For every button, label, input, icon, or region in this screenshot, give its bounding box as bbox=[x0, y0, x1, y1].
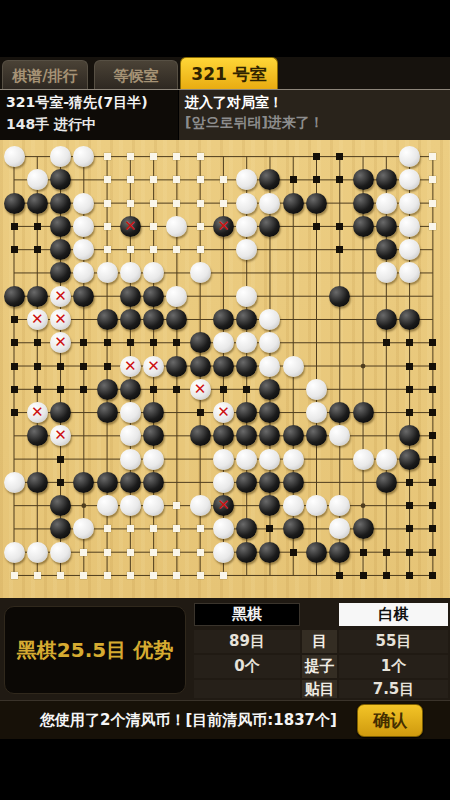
app-screen: 棋谱/排行 等候室 321 号室 321号室-猜先(7目半) 148手 进行中 … bbox=[0, 0, 450, 800]
white-territory-mark bbox=[197, 525, 204, 532]
white-stone bbox=[259, 449, 280, 470]
chat-message-1: 进入了对局室！ bbox=[185, 94, 283, 112]
black-territory-mark bbox=[313, 176, 320, 183]
white-stone bbox=[259, 193, 280, 214]
white-territory-mark bbox=[173, 525, 180, 532]
black-stone bbox=[97, 309, 118, 330]
white-stone bbox=[236, 449, 257, 470]
chat-panel[interactable]: 进入了对局室！ [앞으로뒤태]进来了！ bbox=[178, 90, 450, 140]
white-territory-mark bbox=[173, 572, 180, 579]
white-stone bbox=[97, 262, 118, 283]
white-stone bbox=[120, 402, 141, 423]
black-territory-mark bbox=[336, 223, 343, 230]
white-territory-mark bbox=[173, 200, 180, 207]
black-territory-mark bbox=[406, 386, 413, 393]
white-territory-mark bbox=[150, 176, 157, 183]
chat-message-2: [앞으로뒤태]进来了！ bbox=[185, 114, 324, 132]
black-territory-mark bbox=[336, 153, 343, 160]
white-territory-mark bbox=[150, 153, 157, 160]
white-territory-mark bbox=[80, 549, 87, 556]
black-territory-mark bbox=[57, 456, 64, 463]
white-stone bbox=[376, 449, 397, 470]
black-territory-mark bbox=[429, 456, 436, 463]
dead-stone-x-mark: ✕ bbox=[54, 335, 67, 350]
white-territory-mark bbox=[150, 525, 157, 532]
black-stone bbox=[120, 472, 141, 493]
black-stone-dead: ✕ bbox=[120, 216, 141, 237]
black-stone bbox=[353, 193, 374, 214]
black-territory-mark bbox=[80, 339, 87, 346]
black-stone bbox=[376, 472, 397, 493]
black-territory-mark bbox=[173, 339, 180, 346]
black-stone bbox=[120, 286, 141, 307]
black-stone bbox=[4, 193, 25, 214]
white-territory-value: 55目 bbox=[339, 630, 448, 653]
black-territory-mark bbox=[11, 409, 18, 416]
black-territory-mark bbox=[11, 223, 18, 230]
black-stone bbox=[27, 286, 48, 307]
dead-stone-x-mark: ✕ bbox=[147, 358, 160, 373]
black-territory-mark bbox=[429, 363, 436, 370]
white-territory-mark bbox=[127, 246, 134, 253]
black-territory-mark bbox=[429, 339, 436, 346]
white-territory-mark bbox=[173, 549, 180, 556]
black-territory-mark bbox=[266, 525, 273, 532]
black-territory-mark bbox=[34, 339, 41, 346]
black-territory-mark bbox=[383, 572, 390, 579]
white-player-chip[interactable]: 白棋 bbox=[339, 603, 448, 626]
white-territory-mark bbox=[104, 525, 111, 532]
white-territory-mark bbox=[197, 200, 204, 207]
black-territory-mark bbox=[80, 386, 87, 393]
black-territory-mark bbox=[336, 176, 343, 183]
dead-stone-x-mark: ✕ bbox=[54, 311, 67, 326]
white-territory-mark bbox=[127, 572, 134, 579]
white-stone bbox=[27, 542, 48, 563]
black-territory-value: 89目 bbox=[194, 630, 300, 653]
white-territory-mark bbox=[197, 223, 204, 230]
white-stone bbox=[306, 402, 327, 423]
black-territory-mark bbox=[104, 363, 111, 370]
black-stone bbox=[143, 286, 164, 307]
komi-label: 贴目 bbox=[302, 680, 337, 698]
white-stone bbox=[399, 193, 420, 214]
captures-label: 提子 bbox=[302, 655, 337, 678]
white-territory-mark bbox=[150, 572, 157, 579]
black-territory-mark bbox=[34, 246, 41, 253]
black-stone bbox=[97, 472, 118, 493]
black-territory-mark bbox=[406, 409, 413, 416]
white-territory-mark bbox=[173, 502, 180, 509]
white-territory-mark bbox=[197, 572, 204, 579]
white-stone bbox=[399, 216, 420, 237]
advantage-box: 黑棋25.5目 优势 bbox=[4, 606, 186, 694]
black-stone bbox=[27, 193, 48, 214]
dead-stone-x-mark: ✕ bbox=[54, 428, 67, 443]
white-territory-mark bbox=[429, 223, 436, 230]
black-stone bbox=[376, 309, 397, 330]
white-territory-mark bbox=[150, 223, 157, 230]
black-territory-mark bbox=[360, 549, 367, 556]
white-territory-mark bbox=[173, 153, 180, 160]
black-territory-mark bbox=[383, 549, 390, 556]
white-stone bbox=[213, 449, 234, 470]
white-stone-dead: ✕ bbox=[120, 356, 141, 377]
black-territory-mark bbox=[313, 223, 320, 230]
black-stone bbox=[236, 542, 257, 563]
black-territory-mark bbox=[57, 363, 64, 370]
black-captures-value: 0个 bbox=[194, 655, 300, 678]
advantage-text: 黑棋25.5目 优势 bbox=[17, 637, 173, 664]
black-stone bbox=[143, 472, 164, 493]
black-stone bbox=[50, 193, 71, 214]
white-territory-mark bbox=[429, 200, 436, 207]
white-stone bbox=[236, 193, 257, 214]
black-stone bbox=[4, 286, 25, 307]
black-territory-mark bbox=[429, 572, 436, 579]
black-stone-dead: ✕ bbox=[213, 495, 234, 516]
white-stone-dead: ✕ bbox=[143, 356, 164, 377]
white-territory-mark bbox=[429, 176, 436, 183]
black-stone bbox=[283, 518, 304, 539]
black-stone bbox=[213, 356, 234, 377]
confirm-button[interactable]: 确认 bbox=[357, 704, 423, 737]
info-bar: 321号室-猜先(7目半) 148手 进行中 进入了对局室！ [앞으로뒤태]进来… bbox=[0, 90, 450, 140]
go-board[interactable]: ✕✕✕✕✕✕✕✕✕✕✕✕✕ bbox=[0, 140, 450, 598]
black-territory-mark bbox=[173, 386, 180, 393]
white-territory-mark bbox=[220, 200, 227, 207]
black-territory-mark bbox=[11, 246, 18, 253]
black-territory-mark bbox=[406, 549, 413, 556]
white-territory-mark bbox=[104, 176, 111, 183]
black-stone bbox=[283, 472, 304, 493]
black-stone bbox=[376, 216, 397, 237]
black-stone bbox=[306, 542, 327, 563]
black-stone-dead: ✕ bbox=[213, 216, 234, 237]
black-territory-mark bbox=[429, 549, 436, 556]
black-stone bbox=[120, 379, 141, 400]
black-territory-mark bbox=[313, 153, 320, 160]
black-stone bbox=[399, 309, 420, 330]
black-stone bbox=[166, 356, 187, 377]
dead-stone-x-mark: ✕ bbox=[194, 381, 207, 396]
black-stone bbox=[27, 472, 48, 493]
black-territory-mark bbox=[34, 363, 41, 370]
white-territory-mark bbox=[104, 549, 111, 556]
black-territory-mark bbox=[406, 479, 413, 486]
white-territory-mark bbox=[197, 549, 204, 556]
white-stone bbox=[236, 286, 257, 307]
white-stone-dead: ✕ bbox=[27, 309, 48, 330]
white-stone bbox=[120, 449, 141, 470]
white-territory-mark bbox=[57, 572, 64, 579]
black-territory-mark bbox=[34, 223, 41, 230]
black-territory-mark bbox=[243, 386, 250, 393]
white-territory-mark bbox=[127, 153, 134, 160]
white-territory-mark bbox=[104, 200, 111, 207]
black-stone bbox=[283, 193, 304, 214]
black-territory-mark bbox=[429, 386, 436, 393]
black-stone bbox=[190, 425, 211, 446]
white-stone bbox=[283, 449, 304, 470]
black-territory-mark bbox=[406, 363, 413, 370]
white-stone bbox=[73, 193, 94, 214]
white-territory-mark bbox=[150, 200, 157, 207]
black-territory-mark bbox=[290, 549, 297, 556]
white-stone bbox=[97, 495, 118, 516]
tab-room-321[interactable]: 321 号室 bbox=[180, 57, 278, 91]
star-point bbox=[361, 364, 366, 369]
black-territory-mark bbox=[406, 339, 413, 346]
white-territory-mark bbox=[127, 525, 134, 532]
black-territory-mark bbox=[429, 525, 436, 532]
black-stone bbox=[50, 216, 71, 237]
white-territory-mark bbox=[197, 153, 204, 160]
black-territory-mark bbox=[406, 525, 413, 532]
tab-waiting-room[interactable]: 等候室 bbox=[94, 60, 178, 91]
black-stone bbox=[353, 169, 374, 190]
black-territory-mark bbox=[429, 502, 436, 509]
black-territory-mark bbox=[383, 339, 390, 346]
dead-stone-x-mark: ✕ bbox=[31, 311, 44, 326]
tab-bar: 棋谱/排行 等候室 321 号室 bbox=[0, 57, 450, 91]
white-stone bbox=[283, 495, 304, 516]
black-komi-value bbox=[194, 680, 300, 698]
white-komi-value: 7.5目 bbox=[339, 680, 448, 698]
black-territory-mark bbox=[197, 409, 204, 416]
white-stone-dead: ✕ bbox=[190, 379, 211, 400]
white-territory-mark bbox=[80, 572, 87, 579]
black-stone bbox=[353, 402, 374, 423]
white-territory-mark bbox=[34, 572, 41, 579]
black-stone bbox=[120, 309, 141, 330]
black-territory-mark bbox=[220, 386, 227, 393]
black-stone bbox=[190, 356, 211, 377]
white-stone-dead: ✕ bbox=[50, 309, 71, 330]
white-territory-mark bbox=[173, 246, 180, 253]
white-stone bbox=[166, 286, 187, 307]
black-territory-mark bbox=[34, 386, 41, 393]
white-territory-mark bbox=[104, 223, 111, 230]
white-stone-dead: ✕ bbox=[213, 402, 234, 423]
black-territory-mark bbox=[429, 432, 436, 439]
dead-stone-x-mark: ✕ bbox=[54, 288, 67, 303]
black-stone bbox=[306, 193, 327, 214]
black-stone bbox=[353, 216, 374, 237]
dead-stone-x-mark: ✕ bbox=[124, 218, 137, 233]
white-stone bbox=[50, 542, 71, 563]
black-territory-mark bbox=[336, 572, 343, 579]
room-info: 321号室-猜先(7目半) 148手 进行中 bbox=[0, 90, 178, 140]
white-stone bbox=[213, 472, 234, 493]
black-stone bbox=[190, 332, 211, 353]
white-territory-mark bbox=[104, 246, 111, 253]
black-territory-mark bbox=[150, 339, 157, 346]
black-territory-mark bbox=[11, 316, 18, 323]
white-stone-dead: ✕ bbox=[27, 402, 48, 423]
black-stone bbox=[399, 449, 420, 470]
black-territory-mark bbox=[429, 409, 436, 416]
white-stone bbox=[190, 262, 211, 283]
dead-stone-x-mark: ✕ bbox=[217, 405, 230, 420]
white-stone bbox=[376, 193, 397, 214]
white-territory-mark bbox=[127, 200, 134, 207]
white-territory-mark bbox=[104, 153, 111, 160]
black-territory-mark bbox=[150, 386, 157, 393]
white-stone bbox=[190, 495, 211, 516]
white-stone bbox=[283, 356, 304, 377]
black-stone bbox=[236, 356, 257, 377]
black-stone bbox=[143, 309, 164, 330]
black-stone bbox=[283, 425, 304, 446]
black-territory-mark bbox=[104, 339, 111, 346]
black-stone bbox=[213, 309, 234, 330]
white-territory-mark bbox=[127, 176, 134, 183]
black-territory-mark bbox=[336, 246, 343, 253]
dead-stone-x-mark: ✕ bbox=[217, 498, 230, 513]
black-territory-mark bbox=[11, 363, 18, 370]
white-territory-mark bbox=[11, 572, 18, 579]
white-territory-mark bbox=[150, 549, 157, 556]
white-territory-mark bbox=[429, 153, 436, 160]
black-territory-mark bbox=[290, 176, 297, 183]
star-point bbox=[361, 503, 366, 508]
white-stone bbox=[120, 495, 141, 516]
room-move-status: 148手 进行中 bbox=[6, 116, 96, 134]
tab-kifu-ranking[interactable]: 棋谱/排行 bbox=[2, 60, 88, 91]
black-stone bbox=[329, 286, 350, 307]
white-captures-value: 1个 bbox=[339, 655, 448, 678]
black-territory-mark bbox=[80, 363, 87, 370]
black-territory-mark bbox=[127, 339, 134, 346]
white-territory-mark bbox=[150, 246, 157, 253]
star-point bbox=[81, 503, 86, 508]
white-stone bbox=[236, 216, 257, 237]
dead-stone-x-mark: ✕ bbox=[124, 358, 137, 373]
white-territory-mark bbox=[173, 176, 180, 183]
white-territory-mark bbox=[104, 572, 111, 579]
black-stone bbox=[97, 402, 118, 423]
status-bar bbox=[0, 0, 450, 57]
territory-label: 目 bbox=[302, 630, 337, 653]
white-stone bbox=[353, 449, 374, 470]
white-stone bbox=[4, 472, 25, 493]
black-stone bbox=[236, 472, 257, 493]
black-stone bbox=[376, 239, 397, 260]
black-territory-mark bbox=[57, 386, 64, 393]
black-territory-mark bbox=[406, 572, 413, 579]
black-territory-mark bbox=[406, 502, 413, 509]
black-stone bbox=[353, 518, 374, 539]
dead-stone-x-mark: ✕ bbox=[31, 405, 44, 420]
black-player-chip[interactable]: 黑棋 bbox=[194, 603, 300, 626]
black-territory-mark bbox=[11, 339, 18, 346]
white-stone bbox=[27, 169, 48, 190]
white-stone bbox=[306, 379, 327, 400]
room-title: 321号室-猜先(7目半) bbox=[6, 94, 148, 112]
black-stone bbox=[73, 286, 94, 307]
black-territory-mark bbox=[57, 479, 64, 486]
white-stone bbox=[213, 542, 234, 563]
white-territory-mark bbox=[220, 572, 227, 579]
white-stone bbox=[259, 356, 280, 377]
black-stone bbox=[27, 425, 48, 446]
black-stone bbox=[329, 542, 350, 563]
white-stone bbox=[143, 449, 164, 470]
score-panel: 黑棋25.5目 优势 黑棋 白棋 89目 目 55目 0个 提子 1个 贴目 7… bbox=[0, 598, 450, 700]
white-territory-mark bbox=[197, 176, 204, 183]
white-territory-mark bbox=[220, 176, 227, 183]
white-stone bbox=[50, 146, 71, 167]
white-territory-mark bbox=[197, 246, 204, 253]
bottom-bar: 您使用了2个清风币！[目前清风币:1837个] 确认 bbox=[0, 700, 450, 739]
white-territory-mark bbox=[127, 549, 134, 556]
black-territory-mark bbox=[360, 572, 367, 579]
black-territory-mark bbox=[11, 386, 18, 393]
black-stone bbox=[97, 379, 118, 400]
white-stone bbox=[4, 542, 25, 563]
white-stone bbox=[306, 495, 327, 516]
white-stone bbox=[4, 146, 25, 167]
dead-stone-x-mark: ✕ bbox=[217, 218, 230, 233]
white-stone-dead: ✕ bbox=[50, 286, 71, 307]
black-stone bbox=[50, 402, 71, 423]
coins-text: 您使用了2个清风币！[目前清风币:1837个] bbox=[40, 701, 337, 740]
black-territory-mark bbox=[429, 479, 436, 486]
